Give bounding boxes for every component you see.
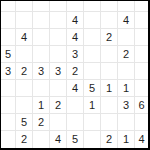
empty-cell-r8c4[interactable] [50, 114, 67, 131]
clue-cell-r7c4: 2 [50, 97, 67, 114]
clue-cell-r9c4: 4 [50, 131, 67, 148]
clue-cell-r5c3: 3 [33, 63, 50, 80]
empty-cell-r9c6[interactable] [84, 131, 101, 148]
empty-cell-r4c2[interactable] [16, 46, 33, 63]
empty-cell-r2c7[interactable] [101, 12, 118, 29]
empty-cell-r4c9[interactable] [135, 46, 148, 63]
clue-cell-r7c8: 3 [118, 97, 135, 114]
clue-cell-r5c1: 3 [1, 63, 16, 80]
clue-cell-r3c5: 4 [67, 29, 84, 46]
empty-cell-r8c5[interactable] [67, 114, 84, 131]
empty-cell-r7c5[interactable] [67, 97, 84, 114]
clue-cell-r6c6: 5 [84, 80, 101, 97]
clue-cell-r2c8: 4 [118, 12, 135, 29]
empty-cell-r1c6[interactable] [84, 1, 101, 12]
empty-cell-r2c9[interactable] [135, 12, 148, 29]
empty-cell-r1c3[interactable] [33, 1, 50, 12]
empty-cell-r4c6[interactable] [84, 46, 101, 63]
empty-cell-r7c7[interactable] [101, 97, 118, 114]
empty-cell-r4c4[interactable] [50, 46, 67, 63]
puzzle-board: 444425323233245111213652245214 [0, 0, 150, 150]
clue-cell-r2c5: 4 [67, 12, 84, 29]
clue-cell-r8c2: 5 [16, 114, 33, 131]
empty-cell-r2c2[interactable] [16, 12, 33, 29]
clue-cell-r9c2: 2 [16, 131, 33, 148]
empty-cell-r7c2[interactable] [16, 97, 33, 114]
empty-cell-r8c7[interactable] [101, 114, 118, 131]
clue-cell-r6c7: 1 [101, 80, 118, 97]
empty-cell-r5c6[interactable] [84, 63, 101, 80]
clue-cell-r9c9: 4 [135, 131, 148, 148]
clue-cell-r5c4: 3 [50, 63, 67, 80]
empty-cell-r5c7[interactable] [101, 63, 118, 80]
empty-cell-r3c4[interactable] [50, 29, 67, 46]
empty-cell-r6c4[interactable] [50, 80, 67, 97]
empty-cell-r8c8[interactable] [118, 114, 135, 131]
clue-cell-r4c1: 5 [1, 46, 16, 63]
empty-cell-r7c1[interactable] [1, 97, 16, 114]
clue-cell-r4c8: 2 [118, 46, 135, 63]
clue-cell-r3c2: 4 [16, 29, 33, 46]
empty-cell-r1c5[interactable] [67, 1, 84, 12]
empty-cell-r5c9[interactable] [135, 63, 148, 80]
empty-cell-r9c1[interactable] [1, 131, 16, 148]
empty-cell-r1c2[interactable] [16, 1, 33, 12]
empty-cell-r1c1[interactable] [1, 1, 16, 12]
empty-cell-r6c2[interactable] [16, 80, 33, 97]
clue-cell-r7c9: 6 [135, 97, 148, 114]
clue-cell-r5c5: 2 [67, 63, 84, 80]
clue-cell-r9c5: 5 [67, 131, 84, 148]
empty-cell-r1c8[interactable] [118, 1, 135, 12]
clue-cell-r9c8: 1 [118, 131, 135, 148]
empty-cell-r3c1[interactable] [1, 29, 16, 46]
clue-cell-r4c5: 3 [67, 46, 84, 63]
clue-cell-r6c5: 4 [67, 80, 84, 97]
empty-cell-r8c6[interactable] [84, 114, 101, 131]
empty-cell-r9c3[interactable] [33, 131, 50, 148]
empty-cell-r6c1[interactable] [1, 80, 16, 97]
empty-cell-r2c1[interactable] [1, 12, 16, 29]
clue-cell-r7c6: 1 [84, 97, 101, 114]
clue-cell-r6c8: 1 [118, 80, 135, 97]
empty-cell-r5c8[interactable] [118, 63, 135, 80]
empty-cell-r3c8[interactable] [118, 29, 135, 46]
empty-cell-r1c4[interactable] [50, 1, 67, 12]
clue-cell-r9c7: 2 [101, 131, 118, 148]
empty-cell-r2c6[interactable] [84, 12, 101, 29]
empty-cell-r8c9[interactable] [135, 114, 148, 131]
empty-cell-r6c9[interactable] [135, 80, 148, 97]
empty-cell-r1c7[interactable] [101, 1, 118, 12]
empty-cell-r3c3[interactable] [33, 29, 50, 46]
clue-cell-r8c3: 2 [33, 114, 50, 131]
empty-cell-r2c4[interactable] [50, 12, 67, 29]
clue-cell-r7c3: 1 [33, 97, 50, 114]
empty-cell-r1c9[interactable] [135, 1, 148, 12]
empty-cell-r4c3[interactable] [33, 46, 50, 63]
empty-cell-r4c7[interactable] [101, 46, 118, 63]
clue-cell-r3c7: 2 [101, 29, 118, 46]
empty-cell-r3c6[interactable] [84, 29, 101, 46]
empty-cell-r3c9[interactable] [135, 29, 148, 46]
clue-cell-r5c2: 2 [16, 63, 33, 80]
empty-cell-r2c3[interactable] [33, 12, 50, 29]
empty-cell-r6c3[interactable] [33, 80, 50, 97]
empty-cell-r8c1[interactable] [1, 114, 16, 131]
